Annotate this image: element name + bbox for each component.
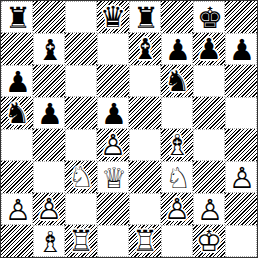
square-g6[interactable] bbox=[193, 65, 225, 97]
white-pawn-fill: ♟ bbox=[161, 193, 193, 225]
piece-white-pawn: ♙ bbox=[97, 129, 129, 161]
square-d1[interactable] bbox=[97, 225, 129, 257]
white-rook-fill: ♜ bbox=[65, 225, 97, 257]
square-a7[interactable] bbox=[1, 33, 33, 65]
piece-white-pawn: ♙ bbox=[2, 194, 34, 226]
piece-black-knight: ♞ bbox=[1, 97, 33, 129]
piece-white-king: ♔ bbox=[193, 225, 225, 257]
white-bishop-fill: ♝ bbox=[34, 226, 66, 258]
square-c2[interactable] bbox=[65, 193, 97, 225]
square-b4[interactable] bbox=[33, 129, 65, 161]
square-e6[interactable] bbox=[129, 65, 161, 97]
piece-black-queen: ♛ bbox=[97, 1, 129, 33]
square-e3[interactable] bbox=[129, 161, 161, 193]
square-d2[interactable] bbox=[97, 193, 129, 225]
square-f6[interactable]: ♞ bbox=[161, 65, 193, 97]
square-b6[interactable] bbox=[33, 65, 65, 97]
square-c5[interactable] bbox=[65, 97, 97, 129]
square-a4[interactable] bbox=[1, 129, 33, 161]
square-c7[interactable] bbox=[65, 33, 97, 65]
piece-black-bishop: ♝ bbox=[34, 34, 66, 66]
square-h6[interactable] bbox=[225, 65, 257, 97]
square-g3[interactable] bbox=[193, 161, 225, 193]
white-pawn-fill: ♟ bbox=[33, 193, 65, 225]
piece-white-pawn: ♙ bbox=[161, 193, 193, 225]
square-g8[interactable]: ♚ bbox=[193, 1, 225, 33]
square-b2[interactable]: ♟♙ bbox=[33, 193, 65, 225]
white-rook-fill: ♜ bbox=[129, 225, 161, 257]
square-b1[interactable]: ♝♗ bbox=[33, 225, 65, 257]
square-f3[interactable]: ♞♘ bbox=[161, 161, 193, 193]
square-a8[interactable]: ♜ bbox=[1, 1, 33, 33]
white-king-fill: ♚ bbox=[193, 225, 225, 257]
square-a2[interactable]: ♟♙ bbox=[1, 193, 33, 225]
white-queen-fill: ♛ bbox=[98, 162, 130, 194]
square-f2[interactable]: ♟♙ bbox=[161, 193, 193, 225]
piece-white-pawn: ♙ bbox=[194, 194, 226, 226]
square-g1[interactable]: ♚♔ bbox=[193, 225, 225, 257]
square-h2[interactable] bbox=[225, 193, 257, 225]
square-f8[interactable] bbox=[161, 1, 193, 33]
piece-black-rook: ♜ bbox=[2, 2, 34, 34]
piece-black-pawn: ♟ bbox=[2, 66, 34, 98]
square-g2[interactable]: ♟♙ bbox=[193, 193, 225, 225]
square-b3[interactable] bbox=[33, 161, 65, 193]
square-e7[interactable]: ♝ bbox=[129, 33, 161, 65]
piece-white-queen: ♕ bbox=[98, 162, 130, 194]
square-f1[interactable] bbox=[161, 225, 193, 257]
piece-black-pawn: ♟ bbox=[34, 98, 66, 130]
white-pawn-fill: ♟ bbox=[97, 129, 129, 161]
square-e2[interactable] bbox=[129, 193, 161, 225]
square-f7[interactable]: ♟ bbox=[161, 33, 193, 65]
square-g5[interactable] bbox=[193, 97, 225, 129]
square-c6[interactable] bbox=[65, 65, 97, 97]
square-d5[interactable]: ♟ bbox=[97, 97, 129, 129]
piece-black-pawn: ♟ bbox=[226, 34, 258, 66]
square-h3[interactable]: ♟♙ bbox=[225, 161, 257, 193]
square-h7[interactable]: ♟ bbox=[225, 33, 257, 65]
piece-white-rook: ♖ bbox=[65, 225, 97, 257]
square-h1[interactable] bbox=[225, 225, 257, 257]
square-e4[interactable] bbox=[129, 129, 161, 161]
square-b8[interactable] bbox=[33, 1, 65, 33]
square-a3[interactable] bbox=[1, 161, 33, 193]
white-knight-fill: ♞ bbox=[65, 161, 97, 193]
square-b5[interactable]: ♟ bbox=[33, 97, 65, 129]
white-bishop-fill: ♝ bbox=[161, 129, 193, 161]
piece-black-bishop: ♝ bbox=[129, 33, 161, 65]
piece-black-knight: ♞ bbox=[161, 65, 193, 97]
white-pawn-fill: ♟ bbox=[226, 162, 258, 194]
square-c4[interactable] bbox=[65, 129, 97, 161]
square-e5[interactable] bbox=[129, 97, 161, 129]
square-h5[interactable] bbox=[225, 97, 257, 129]
piece-black-king: ♚ bbox=[194, 2, 226, 34]
piece-white-bishop: ♗ bbox=[34, 226, 66, 258]
square-e1[interactable]: ♜♖ bbox=[129, 225, 161, 257]
square-c3[interactable]: ♞♘ bbox=[65, 161, 97, 193]
square-g7[interactable]: ♟ bbox=[193, 33, 225, 65]
white-pawn-fill: ♟ bbox=[2, 194, 34, 226]
chess-board: ♜♛♜♚♝♝♟♟♟♟♞♞♟♟♟♙♝♗♞♘♛♕♞♘♟♙♟♙♟♙♟♙♟♙♝♗♜♖♜♖… bbox=[0, 0, 258, 258]
piece-black-pawn: ♟ bbox=[98, 98, 130, 130]
piece-white-knight: ♘ bbox=[162, 162, 194, 194]
square-a5[interactable]: ♞ bbox=[1, 97, 33, 129]
square-a1[interactable] bbox=[1, 225, 33, 257]
piece-black-pawn: ♟ bbox=[193, 33, 225, 65]
square-d7[interactable] bbox=[97, 33, 129, 65]
square-d3[interactable]: ♛♕ bbox=[97, 161, 129, 193]
white-pawn-fill: ♟ bbox=[194, 194, 226, 226]
square-b7[interactable]: ♝ bbox=[33, 33, 65, 65]
piece-white-bishop: ♗ bbox=[161, 129, 193, 161]
square-d6[interactable] bbox=[97, 65, 129, 97]
square-g4[interactable] bbox=[193, 129, 225, 161]
square-e8[interactable]: ♜ bbox=[129, 1, 161, 33]
piece-white-knight: ♘ bbox=[65, 161, 97, 193]
piece-black-pawn: ♟ bbox=[162, 34, 194, 66]
square-c1[interactable]: ♜♖ bbox=[65, 225, 97, 257]
square-f4[interactable]: ♝♗ bbox=[161, 129, 193, 161]
piece-black-rook: ♜ bbox=[130, 2, 162, 34]
piece-white-pawn: ♙ bbox=[226, 162, 258, 194]
square-c8[interactable] bbox=[65, 1, 97, 33]
square-h8[interactable] bbox=[225, 1, 257, 33]
square-d4[interactable]: ♟♙ bbox=[97, 129, 129, 161]
piece-white-pawn: ♙ bbox=[33, 193, 65, 225]
square-d8[interactable]: ♛ bbox=[97, 1, 129, 33]
piece-white-rook: ♖ bbox=[129, 225, 161, 257]
white-knight-fill: ♞ bbox=[162, 162, 194, 194]
square-f5[interactable] bbox=[161, 97, 193, 129]
square-h4[interactable] bbox=[225, 129, 257, 161]
square-a6[interactable]: ♟ bbox=[1, 65, 33, 97]
